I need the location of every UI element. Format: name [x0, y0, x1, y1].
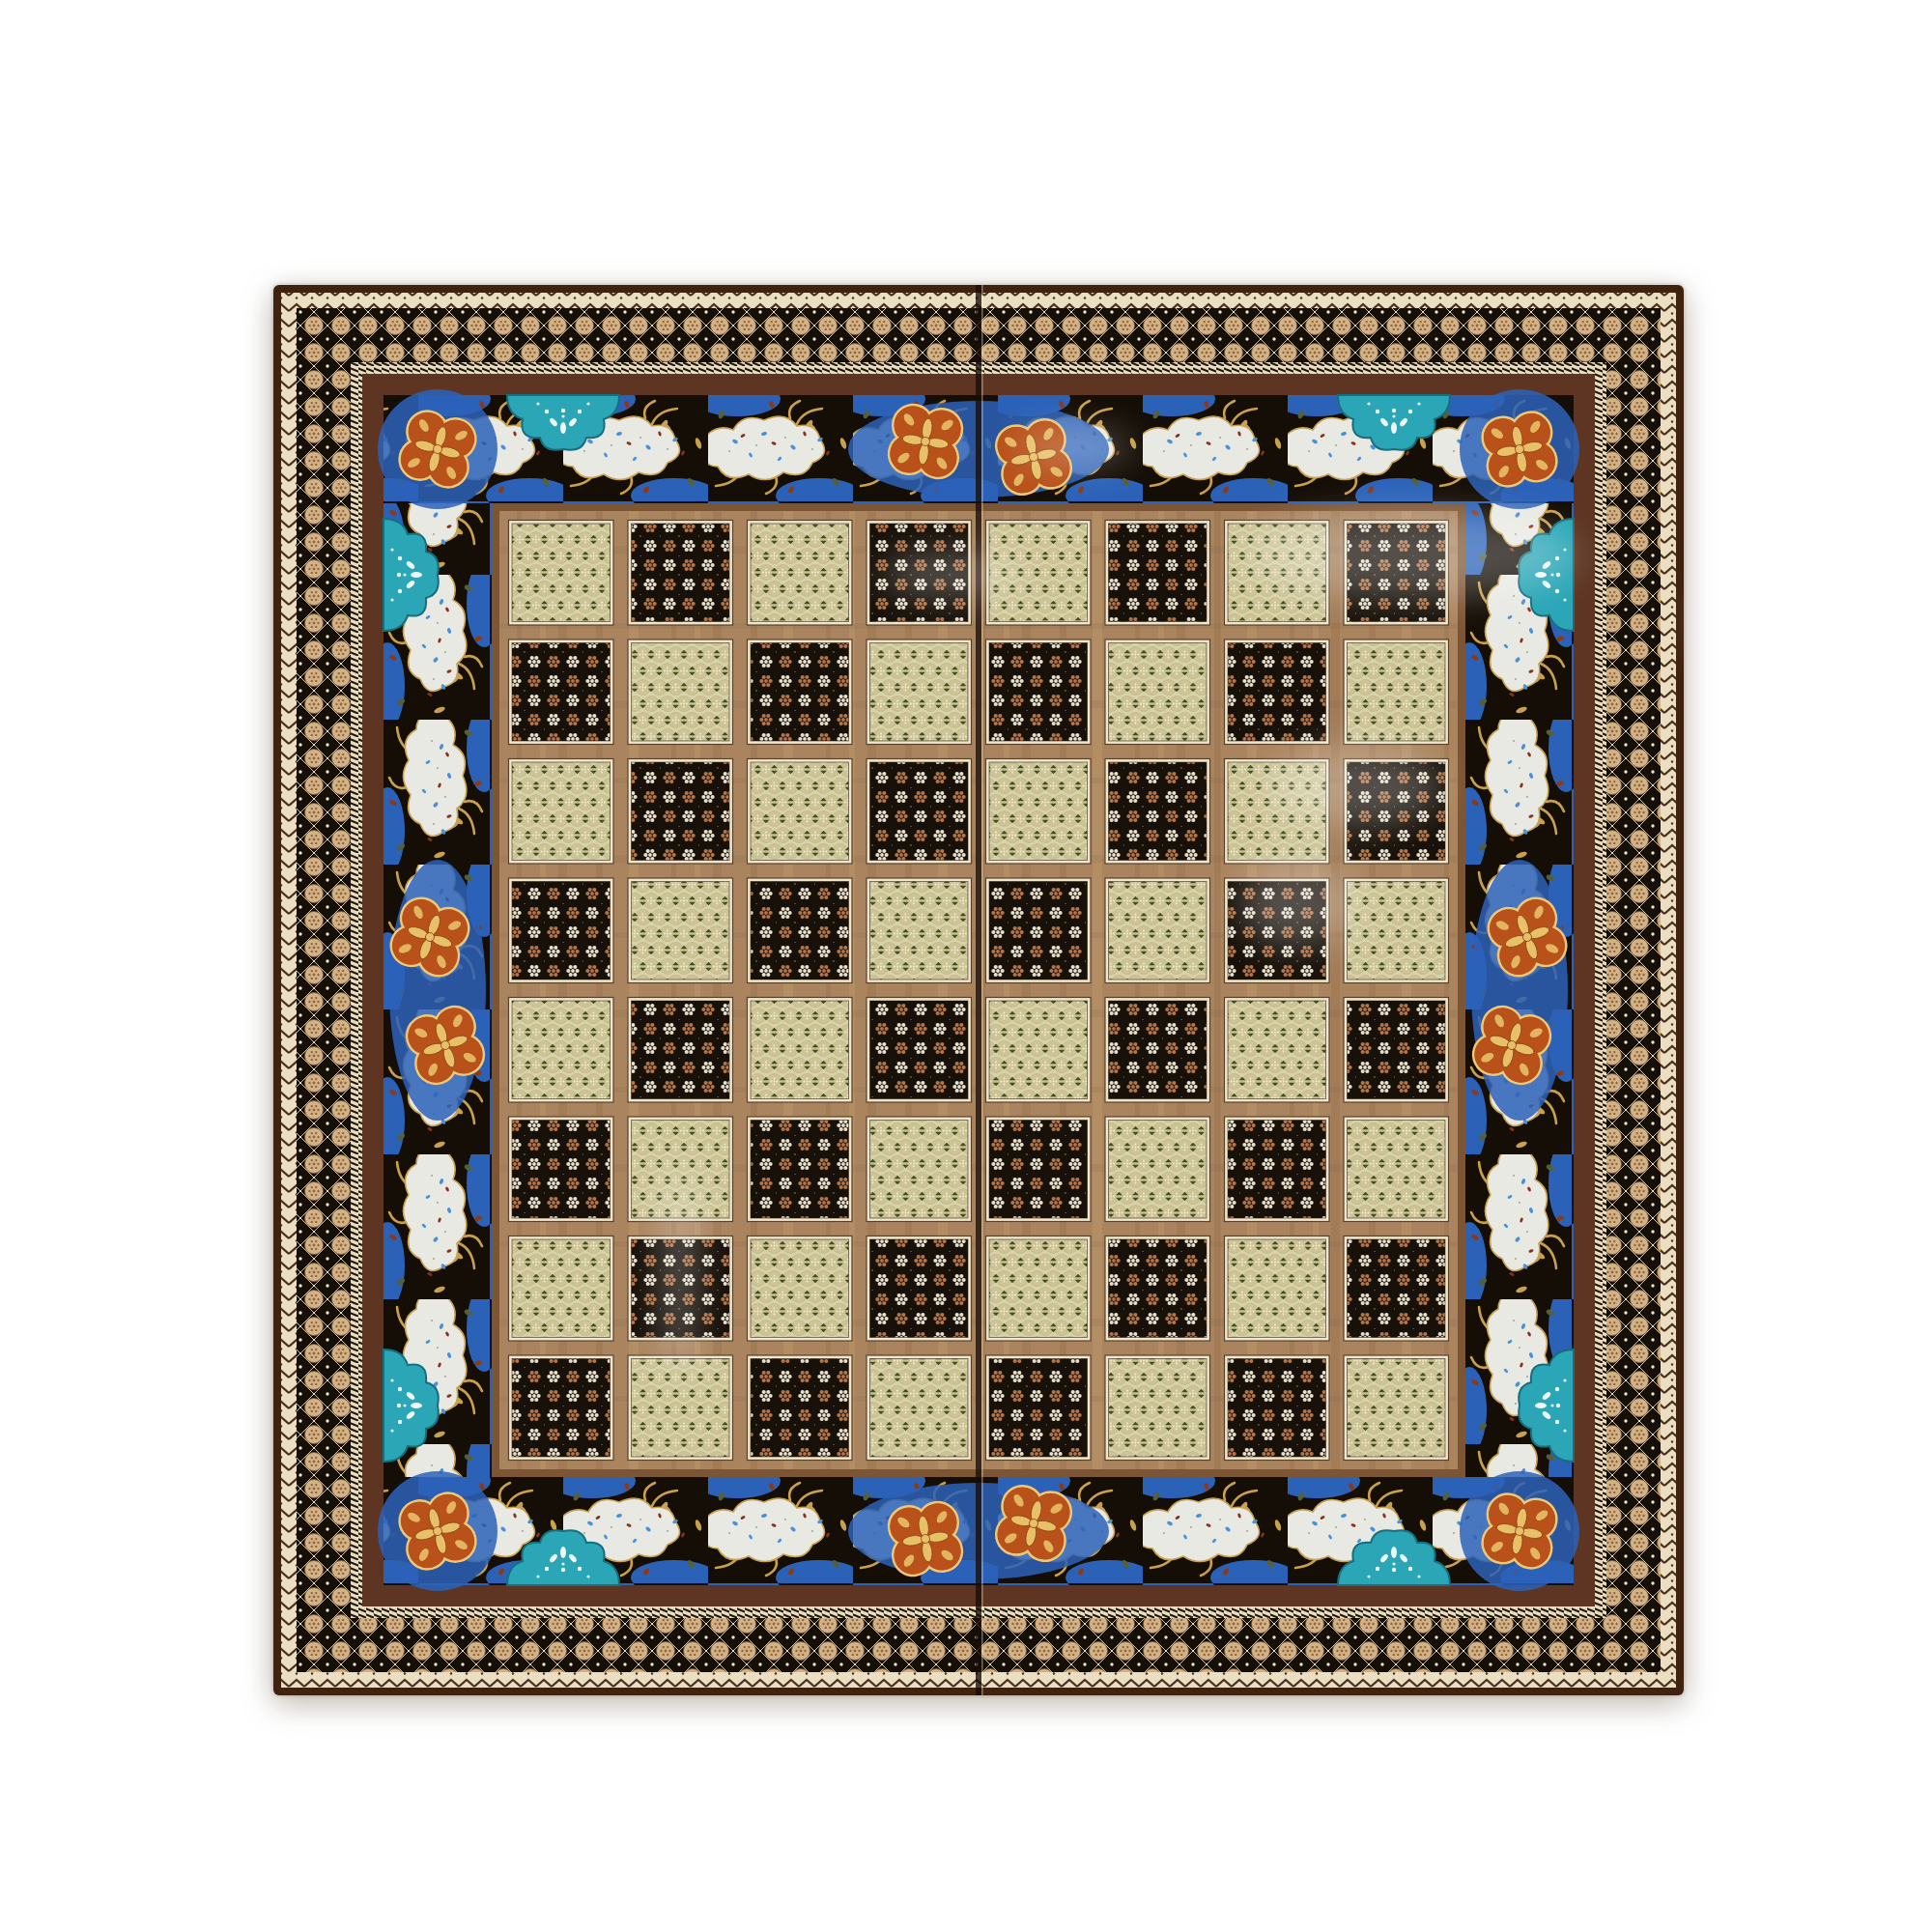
square-c2	[748, 1236, 853, 1342]
square-c3	[748, 1117, 853, 1222]
square-b5	[628, 878, 733, 983]
square-e3	[986, 1117, 1092, 1222]
square-a4	[509, 998, 614, 1103]
square-d5	[867, 878, 972, 983]
square-g2	[1225, 1236, 1330, 1342]
square-g3	[1225, 1117, 1330, 1222]
square-e2	[986, 1236, 1092, 1342]
square-h3	[1344, 1117, 1449, 1222]
square-h2	[1344, 1236, 1449, 1342]
square-f7	[1105, 639, 1210, 745]
square-c6	[748, 759, 853, 865]
square-h7	[1344, 639, 1449, 745]
square-c5	[748, 878, 853, 983]
square-c7	[748, 639, 853, 745]
square-a2	[509, 1236, 614, 1342]
square-d3	[867, 1117, 972, 1222]
square-a1	[509, 1355, 614, 1461]
square-d1	[867, 1355, 972, 1461]
square-e6	[986, 759, 1092, 865]
square-e5	[986, 878, 1092, 983]
square-h4	[1344, 998, 1449, 1103]
photo-background: { "game": "chess", "board_type": "Persia…	[0, 0, 1932, 1932]
square-f5	[1105, 878, 1210, 983]
square-e7	[986, 639, 1092, 745]
square-a7	[509, 639, 614, 745]
square-h1	[1344, 1355, 1449, 1461]
square-d4	[867, 998, 972, 1103]
square-c4	[748, 998, 853, 1103]
square-f4	[1105, 998, 1210, 1103]
square-a6	[509, 759, 614, 865]
square-c1	[748, 1355, 853, 1461]
square-b4	[628, 998, 733, 1103]
square-d6	[867, 759, 972, 865]
square-c8	[748, 521, 853, 626]
fold-seam	[976, 285, 983, 1695]
square-d2	[867, 1236, 972, 1342]
square-f8	[1105, 521, 1210, 626]
square-g4	[1225, 998, 1330, 1103]
square-a8	[509, 521, 614, 626]
square-f6	[1105, 759, 1210, 865]
square-f1	[1105, 1355, 1210, 1461]
square-g7	[1225, 639, 1330, 745]
square-b8	[628, 521, 733, 626]
chess-board	[273, 285, 1684, 1695]
square-f2	[1105, 1236, 1210, 1342]
chess-board-photo	[273, 285, 1684, 1695]
square-b7	[628, 639, 733, 745]
square-a3	[509, 1117, 614, 1222]
square-d7	[867, 639, 972, 745]
square-g1	[1225, 1355, 1330, 1461]
square-a5	[509, 878, 614, 983]
square-e1	[986, 1355, 1092, 1461]
square-e4	[986, 998, 1092, 1103]
square-b6	[628, 759, 733, 865]
square-h5	[1344, 878, 1449, 983]
square-f3	[1105, 1117, 1210, 1222]
